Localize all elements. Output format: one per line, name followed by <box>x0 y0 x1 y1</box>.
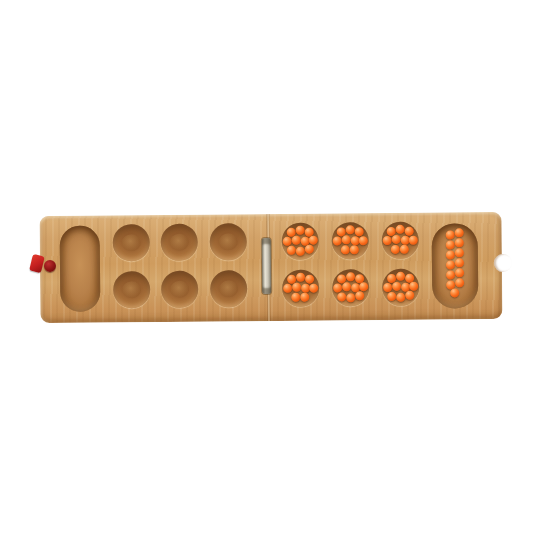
latch-red-bead <box>44 260 56 272</box>
bead <box>409 282 418 291</box>
bead <box>346 225 355 234</box>
bead <box>350 245 359 254</box>
bead <box>392 282 401 291</box>
bead <box>309 236 318 245</box>
pit-left-bottom-2[interactable] <box>161 271 198 308</box>
bead <box>283 284 292 293</box>
bead <box>391 245 400 254</box>
latch-notch <box>494 254 512 272</box>
pit-left-top-3[interactable] <box>210 223 247 260</box>
bead <box>396 225 405 234</box>
bead <box>337 292 346 301</box>
bead <box>396 293 405 302</box>
pit-right-bottom-1[interactable] <box>282 270 319 307</box>
bead <box>346 293 355 302</box>
bead <box>355 227 364 236</box>
pit-left-top-1[interactable] <box>113 224 150 261</box>
bead <box>341 245 350 254</box>
bead <box>287 246 296 255</box>
pit-right-top-1[interactable] <box>282 223 319 260</box>
pit-left-bottom-3[interactable] <box>210 270 247 307</box>
bead <box>446 270 455 279</box>
bead <box>296 273 305 282</box>
bead <box>405 227 414 236</box>
bead <box>392 235 401 244</box>
bead <box>291 293 300 302</box>
pit-right-top-2[interactable] <box>332 222 369 259</box>
bead <box>445 230 454 239</box>
pit-left-top-2[interactable] <box>161 224 198 261</box>
bead <box>342 282 351 291</box>
store-right[interactable] <box>432 223 479 308</box>
bead <box>383 283 392 292</box>
pit-right-bottom-2[interactable] <box>332 269 369 306</box>
pit-right-bottom-3[interactable] <box>382 269 419 306</box>
bead <box>309 284 318 293</box>
product-photo-canvas: { "game": "mancala", "variant": "kalah (… <box>0 0 533 533</box>
bead <box>383 236 392 245</box>
bead <box>455 268 464 277</box>
bead <box>292 236 301 245</box>
bead <box>409 236 418 245</box>
bead <box>454 248 463 257</box>
bead <box>283 237 292 246</box>
bead <box>296 226 305 235</box>
bead <box>296 247 305 256</box>
bead <box>333 283 342 292</box>
latch-ribbon <box>29 254 45 273</box>
bead <box>305 245 314 254</box>
bead <box>359 282 368 291</box>
bead <box>445 260 454 269</box>
bead <box>445 240 454 249</box>
bead <box>455 278 464 287</box>
bead <box>454 258 463 267</box>
bead <box>387 292 396 301</box>
bead <box>359 236 368 245</box>
bead <box>300 293 309 302</box>
bead <box>396 272 405 281</box>
bead <box>333 236 342 245</box>
pit-left-bottom-1[interactable] <box>113 271 150 308</box>
bead <box>454 238 463 247</box>
bead <box>342 235 351 244</box>
bead <box>346 272 355 281</box>
bead <box>405 291 414 300</box>
pit-right-top-3[interactable] <box>382 222 419 259</box>
board-left-half <box>40 214 269 323</box>
bead <box>445 250 454 259</box>
bead <box>454 228 463 237</box>
store-left[interactable] <box>60 225 101 311</box>
bead <box>450 288 459 297</box>
bead <box>292 283 301 292</box>
bead <box>305 275 314 284</box>
bead <box>400 245 409 254</box>
bead <box>355 291 364 300</box>
mancala-board <box>40 212 503 323</box>
